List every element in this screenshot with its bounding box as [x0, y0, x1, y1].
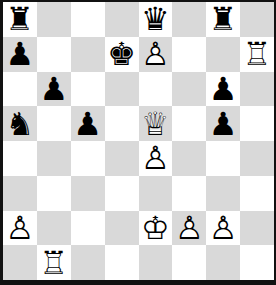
square-g8[interactable]: ♜	[206, 2, 240, 37]
piece-black-pawn[interactable]: ♟	[73, 108, 102, 140]
white-piece-outline-glyph: ♙	[175, 212, 204, 244]
piece-black-rook[interactable]: ♜	[6, 3, 35, 35]
square-c2[interactable]	[71, 211, 105, 246]
square-c1[interactable]	[71, 245, 105, 280]
square-a2[interactable]: ♟♙	[3, 211, 37, 246]
square-d6[interactable]	[105, 72, 139, 107]
square-h2[interactable]	[240, 211, 274, 246]
square-f6[interactable]	[172, 72, 206, 107]
white-piece-outline-glyph: ♖	[243, 38, 272, 70]
square-a5[interactable]: ♞	[3, 106, 37, 141]
square-g5[interactable]: ♟	[206, 106, 240, 141]
piece-black-pawn[interactable]: ♟	[209, 108, 238, 140]
square-e8[interactable]: ♛	[139, 2, 173, 37]
square-d7[interactable]: ♚	[105, 37, 139, 72]
piece-black-knight[interactable]: ♞	[6, 108, 35, 140]
piece-black-pawn[interactable]: ♟	[39, 73, 68, 105]
square-f2[interactable]: ♟♙	[172, 211, 206, 246]
white-piece-outline-glyph: ♙	[141, 38, 170, 70]
square-d5[interactable]	[105, 106, 139, 141]
piece-white-pawn[interactable]: ♟♙	[141, 38, 170, 70]
square-g7[interactable]	[206, 37, 240, 72]
square-b6[interactable]: ♟	[37, 72, 71, 107]
piece-white-pawn[interactable]: ♟♙	[6, 212, 35, 244]
square-f8[interactable]	[172, 2, 206, 37]
square-c3[interactable]	[71, 176, 105, 211]
square-f3[interactable]	[172, 176, 206, 211]
square-b4[interactable]	[37, 141, 71, 176]
square-b7[interactable]	[37, 37, 71, 72]
white-piece-outline-glyph: ♙	[209, 212, 238, 244]
square-d8[interactable]	[105, 2, 139, 37]
square-b2[interactable]	[37, 211, 71, 246]
square-h6[interactable]	[240, 72, 274, 107]
square-f1[interactable]	[172, 245, 206, 280]
square-h4[interactable]	[240, 141, 274, 176]
square-d4[interactable]	[105, 141, 139, 176]
square-h5[interactable]	[240, 106, 274, 141]
square-b3[interactable]	[37, 176, 71, 211]
square-c4[interactable]	[71, 141, 105, 176]
piece-white-pawn[interactable]: ♟♙	[209, 212, 238, 244]
square-d2[interactable]	[105, 211, 139, 246]
square-b8[interactable]	[37, 2, 71, 37]
white-piece-outline-glyph: ♙	[141, 142, 170, 174]
white-piece-outline-glyph: ♙	[6, 212, 35, 244]
square-b1[interactable]: ♜♖	[37, 245, 71, 280]
square-c6[interactable]	[71, 72, 105, 107]
square-d3[interactable]	[105, 176, 139, 211]
square-g4[interactable]	[206, 141, 240, 176]
square-f4[interactable]	[172, 141, 206, 176]
piece-white-king[interactable]: ♚♔	[141, 212, 170, 244]
square-g1[interactable]	[206, 245, 240, 280]
square-a1[interactable]	[3, 245, 37, 280]
square-h3[interactable]	[240, 176, 274, 211]
square-g3[interactable]	[206, 176, 240, 211]
piece-black-king[interactable]: ♚	[107, 38, 136, 70]
square-e4[interactable]: ♟♙	[139, 141, 173, 176]
square-e7[interactable]: ♟♙	[139, 37, 173, 72]
square-c7[interactable]	[71, 37, 105, 72]
piece-black-pawn[interactable]: ♟	[209, 73, 238, 105]
piece-black-rook[interactable]: ♜	[209, 3, 238, 35]
square-a3[interactable]	[3, 176, 37, 211]
piece-black-queen[interactable]: ♛	[141, 3, 170, 35]
square-a6[interactable]	[3, 72, 37, 107]
square-e3[interactable]	[139, 176, 173, 211]
square-c8[interactable]	[71, 2, 105, 37]
square-e1[interactable]	[139, 245, 173, 280]
square-e6[interactable]	[139, 72, 173, 107]
square-e5[interactable]: ♛♕	[139, 106, 173, 141]
square-h1[interactable]	[240, 245, 274, 280]
square-h8[interactable]	[240, 2, 274, 37]
white-piece-outline-glyph: ♕	[141, 108, 170, 140]
square-h7[interactable]: ♜♖	[240, 37, 274, 72]
square-a8[interactable]: ♜	[3, 2, 37, 37]
square-f7[interactable]	[172, 37, 206, 72]
square-f5[interactable]	[172, 106, 206, 141]
square-d1[interactable]	[105, 245, 139, 280]
square-c5[interactable]: ♟	[71, 106, 105, 141]
square-a7[interactable]: ♟	[3, 37, 37, 72]
square-e2[interactable]: ♚♔	[139, 211, 173, 246]
piece-black-pawn[interactable]: ♟	[6, 38, 35, 70]
square-g2[interactable]: ♟♙	[206, 211, 240, 246]
piece-white-rook[interactable]: ♜♖	[39, 247, 68, 279]
piece-white-pawn[interactable]: ♟♙	[141, 142, 170, 174]
square-a4[interactable]	[3, 141, 37, 176]
white-piece-outline-glyph: ♔	[141, 212, 170, 244]
white-piece-outline-glyph: ♖	[39, 247, 68, 279]
piece-white-rook[interactable]: ♜♖	[243, 38, 272, 70]
square-g6[interactable]: ♟	[206, 72, 240, 107]
chess-board: ♜♛♜♟♚♟♙♜♖♟♟♞♟♛♕♟♟♙♟♙♚♔♟♙♟♙♜♖	[3, 2, 274, 280]
chess-board-frame: ♜♛♜♟♚♟♙♜♖♟♟♞♟♛♕♟♟♙♟♙♚♔♟♙♟♙♜♖	[0, 0, 276, 285]
piece-white-pawn[interactable]: ♟♙	[175, 212, 204, 244]
piece-white-queen[interactable]: ♛♕	[141, 108, 170, 140]
square-b5[interactable]	[37, 106, 71, 141]
